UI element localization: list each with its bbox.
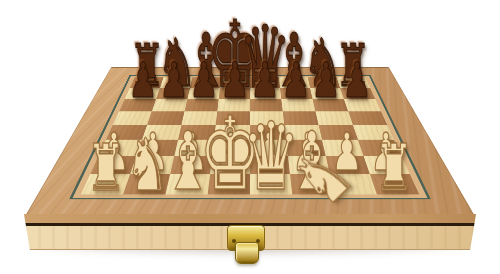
chess-board-3d — [24, 67, 476, 218]
square-a1 — [81, 174, 130, 194]
square-d4 — [214, 125, 250, 140]
square-h7 — [340, 88, 375, 99]
square-h1 — [370, 174, 419, 194]
square-g8 — [308, 77, 340, 87]
square-g1 — [330, 174, 377, 194]
square-a4 — [106, 125, 147, 140]
square-e7 — [250, 88, 281, 99]
square-c5 — [181, 111, 217, 124]
square-b4 — [142, 125, 181, 140]
square-c4 — [178, 125, 216, 140]
square-e4 — [250, 125, 286, 140]
brass-clasp — [227, 225, 265, 265]
square-f7 — [280, 88, 313, 99]
board-pinstripe-border — [69, 75, 431, 199]
square-f3 — [286, 140, 326, 156]
square-e2 — [250, 156, 290, 174]
square-h6 — [344, 99, 381, 111]
square-f4 — [284, 125, 322, 140]
square-g7 — [310, 88, 344, 99]
square-f6 — [281, 99, 315, 111]
square-e6 — [250, 99, 283, 111]
square-g3 — [322, 140, 364, 156]
square-c2 — [170, 156, 212, 174]
square-d3 — [212, 140, 250, 156]
square-e8 — [250, 77, 280, 87]
square-g2 — [326, 156, 370, 174]
square-e3 — [250, 140, 288, 156]
square-c7 — [187, 88, 220, 99]
square-d2 — [210, 156, 250, 174]
square-g4 — [319, 125, 358, 140]
square-b8 — [160, 77, 192, 87]
square-a2 — [90, 156, 136, 174]
square-a3 — [99, 140, 143, 156]
square-f2 — [288, 156, 330, 174]
square-h8 — [336, 77, 370, 87]
board-frame — [24, 67, 476, 218]
square-b3 — [136, 140, 178, 156]
square-g6 — [313, 99, 349, 111]
square-b7 — [156, 88, 190, 99]
square-c8 — [190, 77, 221, 87]
clasp-latch — [235, 242, 259, 264]
square-b2 — [130, 156, 174, 174]
square-h4 — [353, 125, 394, 140]
box-lid-edge — [24, 214, 476, 223]
board-grid — [81, 77, 419, 194]
square-e5 — [250, 111, 284, 124]
square-d6 — [217, 99, 250, 111]
square-f8 — [279, 77, 310, 87]
square-b1 — [123, 174, 170, 194]
square-f1 — [290, 174, 335, 194]
square-g5 — [315, 111, 352, 124]
chess-set-scene: ♜♞♝♚♛♝♞♜♟♟♟♟♟♟♟♟♟♟♟♟♟♟♟♟♜♞♝♚♛♝♞♜ — [0, 0, 500, 274]
square-a7 — [125, 88, 160, 99]
square-a8 — [130, 77, 164, 87]
square-b5 — [147, 111, 184, 124]
square-f5 — [283, 111, 319, 124]
square-c1 — [165, 174, 210, 194]
square-d7 — [219, 88, 250, 99]
square-c3 — [174, 140, 214, 156]
square-c6 — [185, 99, 219, 111]
square-b6 — [152, 99, 188, 111]
square-d1 — [208, 174, 250, 194]
square-a6 — [119, 99, 156, 111]
square-h2 — [364, 156, 410, 174]
square-e1 — [250, 174, 292, 194]
square-a5 — [113, 111, 152, 124]
square-h3 — [358, 140, 402, 156]
square-h5 — [348, 111, 387, 124]
square-d8 — [220, 77, 250, 87]
square-d5 — [216, 111, 250, 124]
